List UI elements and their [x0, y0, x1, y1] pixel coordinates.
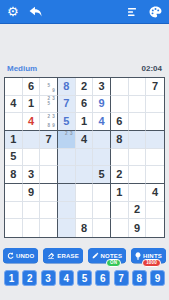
cell-value: 4 — [28, 116, 34, 127]
cell-r5c2[interactable] — [23, 149, 41, 167]
cell-r6c1[interactable]: 8 — [5, 166, 23, 184]
cell-value: 6 — [28, 81, 34, 92]
cell-r5c1[interactable]: 5 — [5, 149, 23, 167]
settings-gear-icon[interactable]: ⚙ — [7, 5, 19, 18]
cell-r7c4[interactable] — [58, 184, 76, 202]
numpad-button-8[interactable]: 8 — [132, 270, 147, 286]
cell-r7c6[interactable] — [93, 184, 111, 202]
cell-value: 5 — [63, 116, 69, 127]
cell-r6c4[interactable] — [58, 166, 76, 184]
cell-r8c5[interactable] — [76, 202, 94, 220]
cell-value: 1 — [116, 187, 122, 198]
cell-r8c3[interactable] — [40, 202, 58, 220]
cell-r6c7[interactable]: 2 — [111, 166, 129, 184]
cell-r5c5[interactable] — [76, 149, 94, 167]
cell-value: 5 — [10, 151, 16, 162]
cell-r1c7[interactable] — [111, 78, 129, 96]
cell-value: 4 — [81, 134, 87, 145]
cell-value: 8 — [116, 134, 122, 145]
cell-r9c7[interactable] — [111, 219, 129, 237]
cell-r8c6[interactable] — [93, 202, 111, 220]
cell-r2c3[interactable]: 235 — [40, 96, 58, 114]
cell-r5c4[interactable] — [58, 149, 76, 167]
cell-r3c6[interactable]: 4 — [93, 113, 111, 131]
cell-r2c4[interactable]: 7 — [58, 96, 76, 114]
erase-icon — [47, 252, 55, 259]
cell-value: 1 — [10, 134, 16, 145]
cell-r5c7[interactable] — [111, 149, 129, 167]
cell-r9c2[interactable] — [23, 219, 41, 237]
cell-r2c6[interactable]: 9 — [93, 96, 111, 114]
numpad-button-5[interactable]: 5 — [77, 270, 92, 286]
undo-icon — [7, 252, 14, 259]
cell-value: 2 — [81, 81, 87, 92]
cell-value: 3 — [99, 81, 105, 92]
cell-r2c7[interactable] — [111, 96, 129, 114]
cell-r7c2[interactable]: 9 — [23, 184, 41, 202]
cell-r1c8[interactable] — [129, 78, 147, 96]
cell-r9c5[interactable]: 8 — [76, 219, 94, 237]
timer: 02:04 — [142, 64, 162, 73]
difficulty-label: Medium — [7, 64, 37, 73]
notes-button[interactable]: NOTES ON — [88, 248, 127, 263]
cell-r9c3[interactable] — [40, 219, 58, 237]
numpad-button-7[interactable]: 7 — [114, 270, 129, 286]
back-undo-arrow-icon[interactable] — [29, 6, 42, 17]
cell-r3c4[interactable]: 5 — [58, 113, 76, 131]
cell-r1c3[interactable]: 59 — [40, 78, 58, 96]
cell-r8c9[interactable] — [146, 202, 164, 220]
cell-r7c8[interactable] — [129, 184, 147, 202]
pencil-notes: 235 — [41, 97, 56, 112]
undo-button[interactable]: UNDO — [3, 248, 38, 263]
cell-r2c5[interactable]: 6 — [76, 96, 94, 114]
cell-r7c7[interactable]: 1 — [111, 184, 129, 202]
numpad-button-9[interactable]: 9 — [150, 270, 165, 286]
palette-icon[interactable] — [149, 6, 162, 18]
cell-r4c6[interactable] — [93, 131, 111, 149]
erase-button[interactable]: ERASE — [43, 248, 83, 263]
cell-r3c5[interactable]: 1 — [76, 113, 94, 131]
cell-value: 6 — [81, 98, 87, 109]
cell-value: 7 — [46, 134, 52, 145]
erase-label: ERASE — [57, 253, 79, 259]
sort-lines-icon[interactable] — [127, 7, 139, 17]
cell-r4c3[interactable]: 7 — [40, 131, 58, 149]
status-row: Medium 02:04 — [7, 62, 162, 74]
numpad-button-1[interactable]: 1 — [4, 270, 19, 286]
toolbar: UNDO ERASE NOTES ON HINTS 1000 — [3, 248, 166, 263]
cell-r8c7[interactable] — [111, 202, 129, 220]
cell-value: 1 — [81, 116, 87, 127]
cell-value: 7 — [63, 98, 69, 109]
cell-r8c8[interactable]: 2 — [129, 202, 147, 220]
hints-bulb-icon — [135, 252, 141, 260]
hints-button[interactable]: HINTS 1000 — [131, 248, 166, 263]
numpad-button-2[interactable]: 2 — [22, 270, 37, 286]
cell-r2c9[interactable] — [146, 96, 164, 114]
cell-r1c2[interactable]: 6 — [23, 78, 41, 96]
pencil-notes: 23 — [59, 132, 74, 147]
cell-r5c8[interactable] — [129, 149, 147, 167]
cell-r4c9[interactable] — [146, 131, 164, 149]
cell-r4c1[interactable]: 1 — [5, 131, 23, 149]
cell-r7c3[interactable] — [40, 184, 58, 202]
cell-value: 8 — [10, 169, 16, 180]
cell-r4c4[interactable]: 23 — [58, 131, 76, 149]
cell-r9c9[interactable] — [146, 219, 164, 237]
cell-r6c9[interactable] — [146, 166, 164, 184]
cell-r5c9[interactable] — [146, 149, 164, 167]
cell-r6c3[interactable] — [40, 166, 58, 184]
cell-r2c1[interactable]: 4 — [5, 96, 23, 114]
cell-value: 8 — [63, 81, 69, 92]
cell-r3c2[interactable]: 4 — [23, 113, 41, 131]
cell-value: 4 — [152, 187, 158, 198]
notes-pencil-icon — [92, 252, 99, 259]
cell-value: 1 — [28, 98, 34, 109]
cell-r7c5[interactable] — [76, 184, 94, 202]
sudoku-board: 6598237412357694238951461723485835291428… — [4, 77, 165, 238]
cell-value: 3 — [28, 169, 34, 180]
cell-value: 6 — [116, 116, 122, 127]
cell-r4c2[interactable] — [23, 131, 41, 149]
cell-r9c8[interactable]: 9 — [129, 219, 147, 237]
cell-r4c8[interactable] — [129, 131, 147, 149]
cell-value: 8 — [81, 223, 87, 234]
app-header: ⚙ — [0, 0, 169, 24]
cell-r6c5[interactable] — [76, 166, 94, 184]
cell-value: 7 — [152, 81, 158, 92]
notes-on-badge: ON — [106, 259, 121, 268]
cell-r1c5[interactable]: 2 — [76, 78, 94, 96]
cell-value: 2 — [134, 204, 140, 215]
cell-r1c4[interactable]: 8 — [58, 78, 76, 96]
pencil-notes: 2389 — [41, 114, 56, 129]
cell-value: 4 — [99, 116, 105, 127]
cell-r1c9[interactable]: 7 — [146, 78, 164, 96]
cell-r2c8[interactable] — [129, 96, 147, 114]
cell-value: 4 — [10, 98, 16, 109]
undo-label: UNDO — [16, 253, 34, 259]
cell-value: 9 — [134, 223, 140, 234]
cell-r3c8[interactable] — [129, 113, 147, 131]
cell-r5c3[interactable] — [40, 149, 58, 167]
cell-r1c1[interactable] — [5, 78, 23, 96]
cell-r2c2[interactable]: 1 — [23, 96, 41, 114]
cell-r5c6[interactable] — [93, 149, 111, 167]
cell-r8c2[interactable] — [23, 202, 41, 220]
pencil-notes: 59 — [41, 79, 56, 94]
cell-r6c2[interactable]: 3 — [23, 166, 41, 184]
cell-r6c6[interactable]: 5 — [93, 166, 111, 184]
cell-r8c1[interactable] — [5, 202, 23, 220]
cell-r3c1[interactable] — [5, 113, 23, 131]
cell-value: 5 — [99, 169, 105, 180]
numpad-button-3[interactable]: 3 — [41, 270, 56, 286]
cell-r7c9[interactable]: 4 — [146, 184, 164, 202]
cell-r8c4[interactable] — [58, 202, 76, 220]
cell-r4c7[interactable]: 8 — [111, 131, 129, 149]
number-pad: 123456789 — [4, 270, 165, 286]
cell-r6c8[interactable] — [129, 166, 147, 184]
notes-label: NOTES — [101, 253, 123, 259]
cell-value: 9 — [99, 98, 105, 109]
cell-value: 9 — [28, 187, 34, 198]
cell-r3c7[interactable]: 6 — [111, 113, 129, 131]
cell-r9c6[interactable] — [93, 219, 111, 237]
hints-count-badge: 1000 — [142, 259, 161, 268]
cell-value: 2 — [116, 169, 122, 180]
cell-r1c6[interactable]: 3 — [93, 78, 111, 96]
numpad-button-4[interactable]: 4 — [59, 270, 74, 286]
cell-r4c5[interactable]: 4 — [76, 131, 94, 149]
cell-r3c9[interactable] — [146, 113, 164, 131]
cell-r7c1[interactable] — [5, 184, 23, 202]
cell-r3c3[interactable]: 2389 — [40, 113, 58, 131]
cell-r9c1[interactable] — [5, 219, 23, 237]
numpad-button-6[interactable]: 6 — [95, 270, 110, 286]
hints-label: HINTS — [143, 253, 162, 259]
cell-r9c4[interactable] — [58, 219, 76, 237]
